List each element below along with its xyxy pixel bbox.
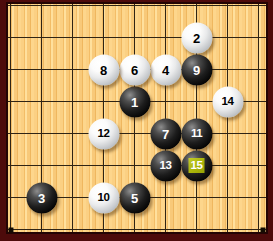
move-number: 6	[131, 63, 138, 76]
stone-white-6[interactable]: 6	[119, 54, 150, 85]
stone-white-8[interactable]: 8	[88, 54, 119, 85]
stone-black-7[interactable]: 7	[150, 118, 181, 149]
move-number: 2	[193, 31, 200, 44]
stone-white-14[interactable]: 14	[212, 86, 243, 117]
go-diagram: 123456789101112131415	[0, 0, 273, 241]
move-number: 12	[98, 128, 110, 140]
stone-black-9[interactable]: 9	[181, 54, 212, 85]
move-number: 4	[162, 63, 169, 76]
stone-white-10[interactable]: 10	[88, 182, 119, 213]
stone-black-11[interactable]: 11	[181, 118, 212, 149]
move-number: 15	[191, 160, 203, 172]
stone-black-13[interactable]: 13	[150, 150, 181, 181]
stone-white-12[interactable]: 12	[88, 118, 119, 149]
move-number: 11	[191, 128, 202, 140]
move-number: 5	[131, 191, 138, 204]
move-number: 9	[193, 63, 200, 76]
go-board[interactable]: 123456789101112131415	[6, 2, 268, 234]
stone-white-4[interactable]: 4	[150, 54, 181, 85]
move-number: 1	[131, 95, 138, 108]
move-number: 7	[162, 127, 169, 140]
stone-white-2[interactable]: 2	[181, 22, 212, 53]
stone-black-5[interactable]: 5	[119, 182, 150, 213]
stones: 123456789101112131415	[8, 4, 266, 232]
move-number: 13	[160, 160, 172, 172]
move-number: 10	[98, 192, 110, 204]
move-number: 14	[222, 96, 234, 108]
stone-black-15[interactable]: 15	[181, 150, 212, 181]
stone-black-1[interactable]: 1	[119, 86, 150, 117]
stone-black-3[interactable]: 3	[26, 182, 57, 213]
move-number: 8	[100, 63, 107, 76]
move-number: 3	[38, 191, 45, 204]
